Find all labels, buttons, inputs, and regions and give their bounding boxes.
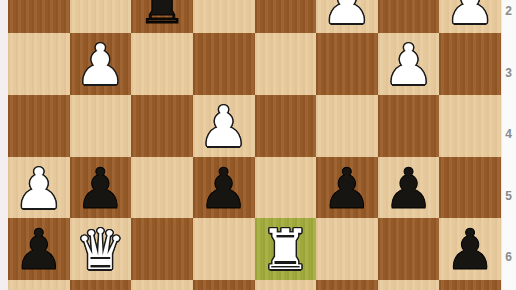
square-c5[interactable]: ♟: [316, 157, 378, 219]
white-pawn-c2[interactable]: ♟: [322, 0, 372, 34]
chess-screenshot: ♜♟♟♟♟♟♟♟♟♟♟♟♛♜♟ 23456: [0, 0, 516, 290]
square-g2[interactable]: [70, 0, 132, 33]
square-e7[interactable]: [193, 280, 255, 290]
square-h7[interactable]: [8, 280, 70, 290]
square-b4[interactable]: [378, 95, 440, 157]
white-pawn-e4[interactable]: ♟: [199, 96, 249, 158]
black-pawn-e5[interactable]: ♟: [199, 158, 249, 220]
black-pawn-b5[interactable]: ♟: [383, 158, 433, 220]
square-e5[interactable]: ♟: [193, 157, 255, 219]
black-pawn-g5[interactable]: ♟: [75, 158, 125, 220]
chess-board[interactable]: ♜♟♟♟♟♟♟♟♟♟♟♟♛♜♟: [8, 0, 501, 290]
square-a5[interactable]: [439, 157, 501, 219]
square-d7[interactable]: [255, 280, 317, 290]
square-c6[interactable]: [316, 218, 378, 280]
square-f4[interactable]: [131, 95, 193, 157]
square-a2[interactable]: ♟: [439, 0, 501, 33]
square-g4[interactable]: [70, 95, 132, 157]
square-c4[interactable]: [316, 95, 378, 157]
square-h2[interactable]: [8, 0, 70, 33]
square-g5[interactable]: ♟: [70, 157, 132, 219]
black-pawn-a6[interactable]: ♟: [445, 219, 495, 281]
square-h3[interactable]: [8, 33, 70, 95]
square-d4[interactable]: [255, 95, 317, 157]
rank-label-2: 2: [501, 4, 516, 18]
page-background-left-gutter: [0, 0, 8, 290]
square-e4[interactable]: ♟: [193, 95, 255, 157]
square-d5[interactable]: [255, 157, 317, 219]
square-a6[interactable]: ♟: [439, 218, 501, 280]
square-d3[interactable]: [255, 33, 317, 95]
square-b3[interactable]: ♟: [378, 33, 440, 95]
square-b2[interactable]: [378, 0, 440, 33]
black-pawn-c5[interactable]: ♟: [322, 158, 372, 220]
square-f5[interactable]: [131, 157, 193, 219]
square-f7[interactable]: [131, 280, 193, 290]
square-c2[interactable]: ♟: [316, 0, 378, 33]
rank-coordinates-gutter: 23456: [501, 0, 516, 290]
rank-label-3: 3: [501, 66, 516, 80]
square-h6[interactable]: ♟: [8, 218, 70, 280]
rank-label-5: 5: [501, 189, 516, 203]
white-pawn-g3[interactable]: ♟: [75, 34, 125, 96]
white-pawn-a2[interactable]: ♟: [445, 0, 495, 34]
square-e2[interactable]: [193, 0, 255, 33]
square-d2[interactable]: [255, 0, 317, 33]
square-g6[interactable]: ♛: [70, 218, 132, 280]
black-pawn-h6[interactable]: ♟: [14, 219, 64, 281]
square-g3[interactable]: ♟: [70, 33, 132, 95]
square-b5[interactable]: ♟: [378, 157, 440, 219]
square-e6[interactable]: [193, 218, 255, 280]
square-a4[interactable]: [439, 95, 501, 157]
square-h5[interactable]: ♟: [8, 157, 70, 219]
square-f3[interactable]: [131, 33, 193, 95]
square-f2[interactable]: ♜: [131, 0, 193, 33]
white-rook-d6[interactable]: ♜: [260, 219, 310, 281]
rank-label-6: 6: [501, 250, 516, 264]
square-b7[interactable]: [378, 280, 440, 290]
white-queen-g6[interactable]: ♛: [75, 219, 125, 281]
square-f6[interactable]: [131, 218, 193, 280]
white-pawn-h5[interactable]: ♟: [14, 158, 64, 220]
white-pawn-b3[interactable]: ♟: [383, 34, 433, 96]
square-b6[interactable]: [378, 218, 440, 280]
black-rook-f2[interactable]: ♜: [137, 0, 187, 34]
square-e3[interactable]: [193, 33, 255, 95]
square-c7[interactable]: [316, 280, 378, 290]
square-h4[interactable]: [8, 95, 70, 157]
square-a3[interactable]: [439, 33, 501, 95]
square-g7[interactable]: [70, 280, 132, 290]
square-c3[interactable]: [316, 33, 378, 95]
square-a7[interactable]: [439, 280, 501, 290]
rank-label-4: 4: [501, 127, 516, 141]
square-d6[interactable]: ♜: [255, 218, 317, 280]
